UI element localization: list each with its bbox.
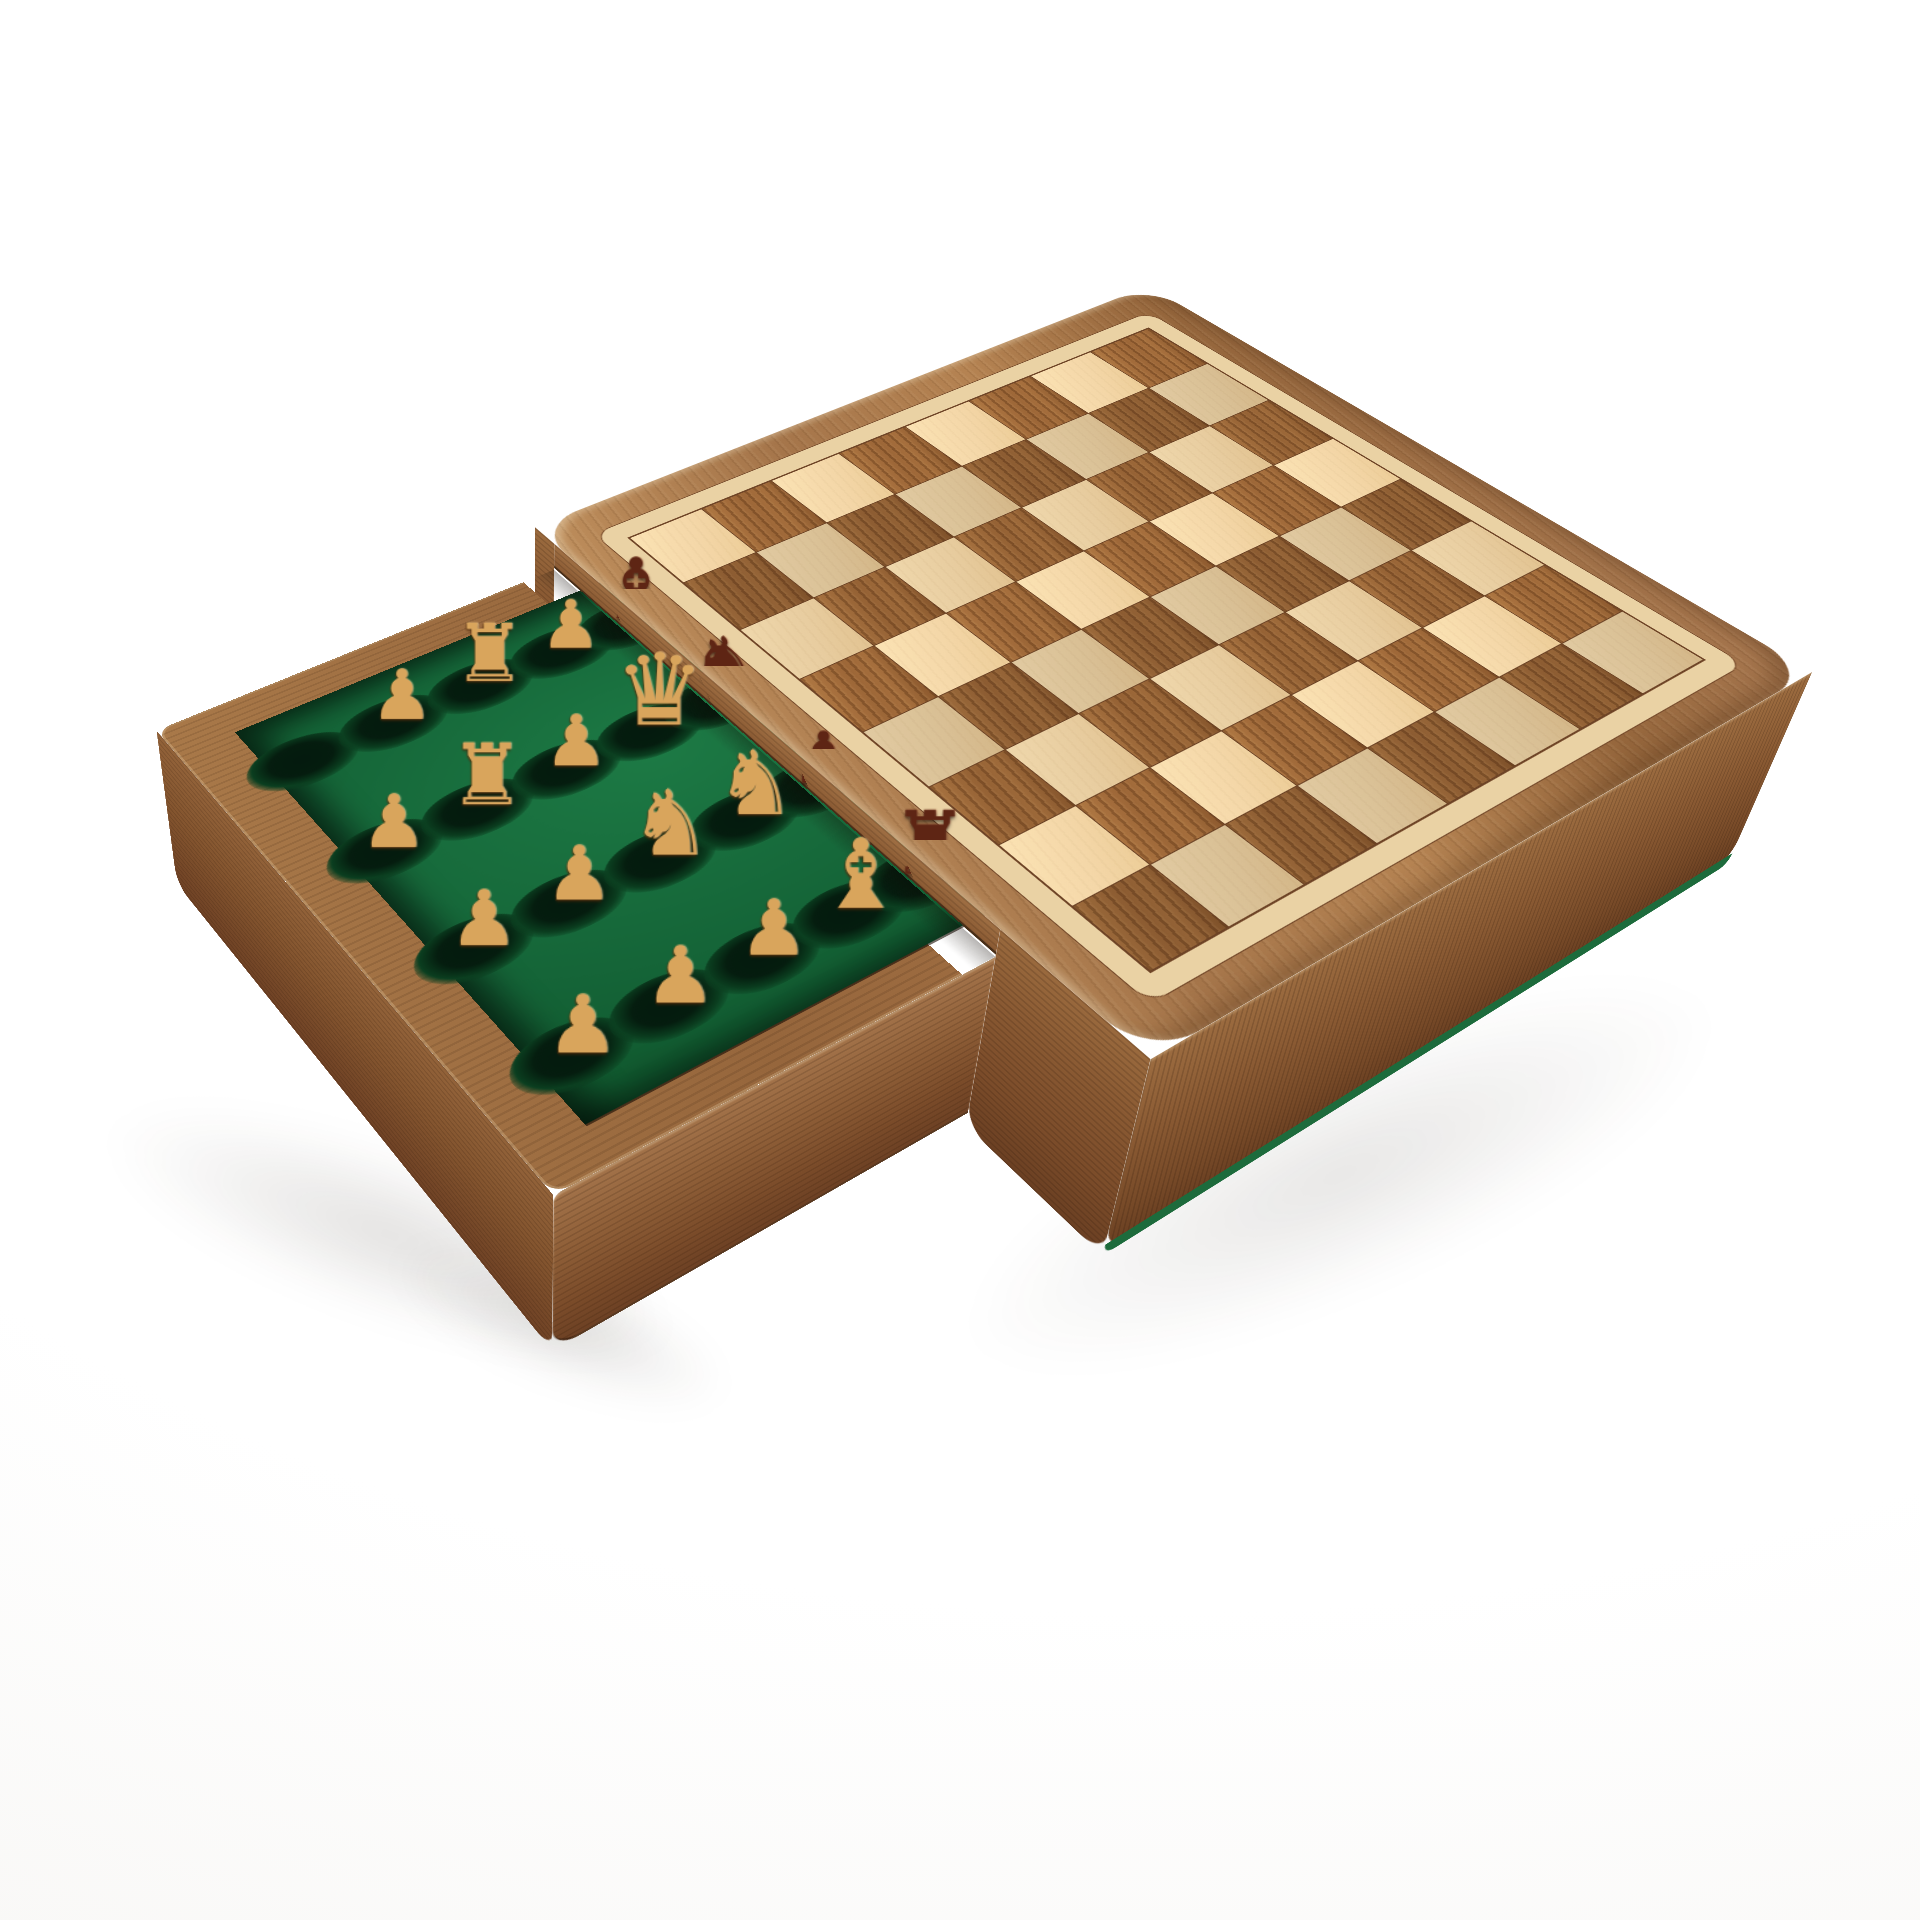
product-photo-scene: ♟♟♟♟♜♟♟♜♟♞♟♟♛♞♝♝♞♟♜ <box>0 0 1920 1920</box>
white-pawn-glyph: ♟ <box>546 987 619 1067</box>
drawer-piece-white-pawn: ♟ <box>488 865 677 1067</box>
